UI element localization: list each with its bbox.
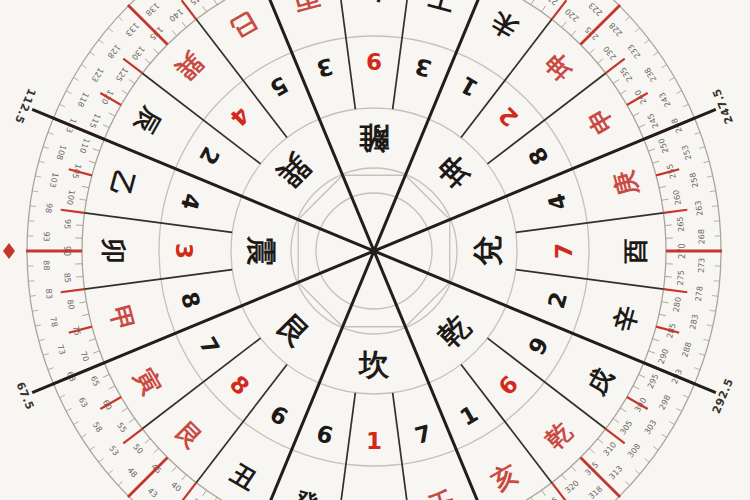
svg-text:9: 9	[366, 48, 382, 74]
svg-text:85: 85	[62, 272, 72, 283]
svg-text:98: 98	[44, 203, 54, 214]
svg-text:83: 83	[44, 288, 54, 299]
svg-text:273: 273	[697, 257, 707, 273]
svg-text:275: 275	[676, 270, 686, 286]
svg-text:酉: 酉	[621, 239, 650, 265]
svg-text:1: 1	[366, 428, 382, 454]
svg-text:265: 265	[676, 216, 686, 232]
svg-text:95: 95	[62, 219, 72, 230]
svg-text:93: 93	[42, 231, 51, 242]
svg-text:兌: 兌	[470, 235, 505, 266]
svg-text:卯: 卯	[99, 238, 128, 264]
svg-text:7: 7	[551, 243, 577, 259]
luopan-compass: 0358101315182023252830333538404345485053…	[0, 0, 750, 500]
svg-text:坎: 坎	[357, 347, 390, 382]
svg-text:離: 離	[359, 121, 390, 156]
svg-text:震: 震	[244, 235, 279, 266]
compass-rings: 0358101315182023252830333538404345485053…	[0, 0, 750, 500]
center-dot	[371, 248, 378, 255]
svg-text:3: 3	[171, 243, 197, 259]
svg-text:268: 268	[697, 229, 707, 245]
svg-text:午: 午	[362, 0, 388, 5]
svg-text:80: 80	[65, 299, 76, 311]
svg-text:88: 88	[42, 260, 51, 271]
